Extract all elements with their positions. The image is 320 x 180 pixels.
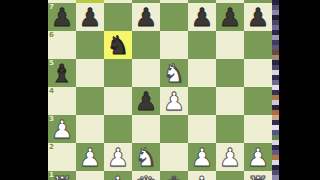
square-f3[interactable] [188, 115, 216, 143]
white-pawn[interactable]: ♟ [216, 143, 244, 171]
square-d2[interactable]: ♞ [132, 143, 160, 171]
square-h7[interactable]: ♟ [244, 3, 272, 31]
square-e4[interactable]: ♟ [160, 87, 188, 115]
white-king[interactable]: ♚ [160, 171, 188, 180]
square-e1[interactable]: ♚ [160, 171, 188, 180]
black-pawn[interactable]: ♟ [244, 3, 272, 31]
square-d1[interactable]: ♛ [132, 171, 160, 180]
square-c6[interactable]: ♞ [104, 31, 132, 59]
white-pawn[interactable]: ♟ [244, 143, 272, 171]
square-a4[interactable]: 4 [48, 87, 76, 115]
square-h5[interactable] [244, 59, 272, 87]
white-rook[interactable]: ♜ [48, 171, 76, 180]
rank-label-7: 7 [49, 3, 54, 11]
square-g5[interactable] [216, 59, 244, 87]
square-e6[interactable] [160, 31, 188, 59]
square-d5[interactable] [132, 59, 160, 87]
square-e3[interactable] [160, 115, 188, 143]
square-h4[interactable] [244, 87, 272, 115]
square-b4[interactable] [76, 87, 104, 115]
white-pawn[interactable]: ♟ [76, 143, 104, 171]
square-g1[interactable] [216, 171, 244, 180]
square-h1[interactable]: ♜ [244, 171, 272, 180]
square-a1[interactable]: 1♜ [48, 171, 76, 180]
square-b2[interactable]: ♟ [76, 143, 104, 171]
square-a6[interactable]: 6 [48, 31, 76, 59]
white-pawn[interactable]: ♟ [160, 87, 188, 115]
square-f7[interactable]: ♟ [188, 3, 216, 31]
white-knight[interactable]: ♞ [132, 143, 160, 171]
square-a5[interactable]: 5♝ [48, 59, 76, 87]
rank-label-6: 6 [49, 31, 54, 39]
square-g6[interactable] [216, 31, 244, 59]
square-b1[interactable] [76, 171, 104, 180]
square-b7[interactable]: ♟ [76, 3, 104, 31]
square-h3[interactable] [244, 115, 272, 143]
black-pawn[interactable]: ♟ [132, 3, 160, 31]
square-f5[interactable] [188, 59, 216, 87]
square-b5[interactable] [76, 59, 104, 87]
black-pawn[interactable]: ♟ [216, 3, 244, 31]
rank-label-3: 3 [49, 115, 54, 123]
white-pawn[interactable]: ♟ [48, 115, 76, 143]
rank-label-1: 1 [49, 171, 54, 179]
square-d4[interactable]: ♟ [132, 87, 160, 115]
white-knight[interactable]: ♞ [160, 59, 188, 87]
square-g4[interactable] [216, 87, 244, 115]
compressed-sidebar-strip [272, 0, 279, 180]
black-pawn[interactable]: ♟ [76, 3, 104, 31]
white-pawn[interactable]: ♟ [188, 143, 216, 171]
square-g2[interactable]: ♟ [216, 143, 244, 171]
square-c4[interactable] [104, 87, 132, 115]
square-e2[interactable] [160, 143, 188, 171]
white-queen[interactable]: ♛ [132, 171, 160, 180]
square-f4[interactable] [188, 87, 216, 115]
black-pawn[interactable]: ♟ [132, 87, 160, 115]
square-d6[interactable] [132, 31, 160, 59]
square-a7[interactable]: 7♟ [48, 3, 76, 31]
square-f6[interactable] [188, 31, 216, 59]
square-a2[interactable]: 2 [48, 143, 76, 171]
square-b6[interactable] [76, 31, 104, 59]
square-h2[interactable]: ♟ [244, 143, 272, 171]
square-f1[interactable]: ♝ [188, 171, 216, 180]
rank-label-4: 4 [49, 87, 54, 95]
square-g7[interactable]: ♟ [216, 3, 244, 31]
square-d7[interactable]: ♟ [132, 3, 160, 31]
white-bishop[interactable]: ♝ [104, 171, 132, 180]
square-c7[interactable] [104, 3, 132, 31]
square-e5[interactable]: ♞ [160, 59, 188, 87]
square-c2[interactable]: ♟ [104, 143, 132, 171]
rank-label-5: 5 [49, 59, 54, 67]
white-pawn[interactable]: ♟ [104, 143, 132, 171]
square-a3[interactable]: 3♟ [48, 115, 76, 143]
video-frame: 7♟♟♟♟♟♟6♞5♝♞4♟♟3♟2♟♟♞♟♟♟1♜♝♛♚♝♜ [0, 0, 320, 180]
rank-label-2: 2 [49, 143, 54, 151]
black-knight[interactable]: ♞ [104, 31, 132, 59]
square-d3[interactable] [132, 115, 160, 143]
square-c5[interactable] [104, 59, 132, 87]
square-h6[interactable] [244, 31, 272, 59]
black-pawn[interactable]: ♟ [188, 3, 216, 31]
sidebar-band-35 [272, 175, 279, 180]
black-bishop[interactable]: ♝ [48, 59, 76, 87]
square-e7[interactable] [160, 3, 188, 31]
square-g3[interactable] [216, 115, 244, 143]
square-c3[interactable] [104, 115, 132, 143]
black-pawn[interactable]: ♟ [48, 3, 76, 31]
chess-board[interactable]: 7♟♟♟♟♟♟6♞5♝♞4♟♟3♟2♟♟♞♟♟♟1♜♝♛♚♝♜ [48, 0, 272, 180]
white-bishop[interactable]: ♝ [188, 171, 216, 180]
white-rook[interactable]: ♜ [244, 171, 272, 180]
square-c1[interactable]: ♝ [104, 171, 132, 180]
square-b3[interactable] [76, 115, 104, 143]
square-f2[interactable]: ♟ [188, 143, 216, 171]
